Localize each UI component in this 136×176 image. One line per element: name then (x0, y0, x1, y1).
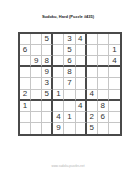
cell-r6c5[interactable] (64, 90, 75, 101)
cell-r6c2[interactable] (31, 90, 42, 101)
cell-r3c5: 6 (64, 56, 75, 67)
cell-r9c6[interactable] (76, 123, 87, 134)
cell-r1c9[interactable] (109, 34, 120, 45)
cell-r3c6[interactable] (76, 56, 87, 67)
cell-r3c4[interactable] (53, 56, 64, 67)
footer-url: www.sudoku-puzzles.net (0, 164, 136, 169)
cell-r1c5: 3 (64, 34, 75, 45)
cell-r9c8[interactable] (98, 123, 109, 134)
cell-r2c2[interactable] (31, 45, 42, 56)
cell-r7c7[interactable] (87, 101, 98, 112)
page-title: Sudoku, Hard (Puzzle #435) (0, 13, 136, 20)
cell-r9c5[interactable] (64, 123, 75, 134)
cell-r3c9: 4 (109, 56, 120, 67)
sudoku-grid: 534651986498372514148412695 (18, 32, 122, 136)
cell-r3c3: 8 (42, 56, 53, 67)
cell-r6c6[interactable] (76, 90, 87, 101)
cell-r4c3: 9 (42, 67, 53, 78)
cell-r2c6[interactable] (76, 45, 87, 56)
cell-r9c2[interactable] (31, 123, 42, 134)
cell-r7c4[interactable] (53, 101, 64, 112)
sudoku-page: Sudoku, Hard (Puzzle #435) 5346519864983… (0, 0, 136, 176)
cell-r5c9[interactable] (109, 78, 120, 89)
cell-r4c1[interactable] (20, 67, 31, 78)
cell-r3c2: 9 (31, 56, 42, 67)
cell-r5c2[interactable] (31, 78, 42, 89)
cell-r1c6: 4 (76, 34, 87, 45)
cell-r4c4[interactable] (53, 67, 64, 78)
cell-r9c1[interactable] (20, 123, 31, 134)
cell-r2c7[interactable] (87, 45, 98, 56)
cell-r6c8[interactable] (98, 90, 109, 101)
cell-r8c6[interactable] (76, 112, 87, 123)
cell-r2c4[interactable] (53, 45, 64, 56)
cell-r7c1: 1 (20, 101, 31, 112)
cell-r8c2[interactable] (31, 112, 42, 123)
cell-r5c6[interactable] (76, 78, 87, 89)
cell-r2c8[interactable] (98, 45, 109, 56)
cell-r7c6: 4 (76, 101, 87, 112)
cell-r8c4: 4 (53, 112, 64, 123)
cell-r8c8: 6 (98, 112, 109, 123)
cell-r9c4: 9 (53, 123, 64, 134)
cell-r1c8[interactable] (98, 34, 109, 45)
cell-r5c7[interactable] (87, 78, 98, 89)
cell-r4c2[interactable] (31, 67, 42, 78)
cell-r4c5: 8 (64, 67, 75, 78)
cell-r5c8[interactable] (98, 78, 109, 89)
cell-r1c3: 5 (42, 34, 53, 45)
cell-r8c5: 1 (64, 112, 75, 123)
cell-r6c3: 5 (42, 90, 53, 101)
cell-r3c1[interactable] (20, 56, 31, 67)
cell-r7c5[interactable] (64, 101, 75, 112)
cell-r6c7: 4 (87, 90, 98, 101)
cell-r5c3: 3 (42, 78, 53, 89)
cell-r9c7: 5 (87, 123, 98, 134)
cell-r3c7[interactable] (87, 56, 98, 67)
cell-r5c1[interactable] (20, 78, 31, 89)
cell-r9c9 (109, 123, 120, 134)
cell-r6c1: 2 (20, 90, 31, 101)
cell-r4c6[interactable] (76, 67, 87, 78)
cell-r7c9[interactable] (109, 101, 120, 112)
cell-r1c1[interactable] (20, 34, 31, 45)
cell-r2c1: 6 (20, 45, 31, 56)
cell-r8c9[interactable] (109, 112, 120, 123)
cell-r1c2[interactable] (31, 34, 42, 45)
cell-r4c9[interactable] (109, 67, 120, 78)
cell-r4c8[interactable] (98, 67, 109, 78)
cell-r5c4[interactable] (53, 78, 64, 89)
cell-r2c3[interactable] (42, 45, 53, 56)
cell-r5c5: 7 (64, 78, 75, 89)
cell-r9c3[interactable] (42, 123, 53, 134)
cell-r7c3[interactable] (42, 101, 53, 112)
cell-r8c3[interactable] (42, 112, 53, 123)
cell-r6c9[interactable] (109, 90, 120, 101)
cell-r2c5: 5 (64, 45, 75, 56)
cell-r1c4[interactable] (53, 34, 64, 45)
cell-r1c7[interactable] (87, 34, 98, 45)
cell-r4c7[interactable] (87, 67, 98, 78)
cell-r8c7: 2 (87, 112, 98, 123)
cell-r6c4: 1 (53, 90, 64, 101)
cell-r7c2[interactable] (31, 101, 42, 112)
cell-r2c9: 1 (109, 45, 120, 56)
cell-r3c8[interactable] (98, 56, 109, 67)
cell-r7c8: 8 (98, 101, 109, 112)
cell-r8c1[interactable] (20, 112, 31, 123)
